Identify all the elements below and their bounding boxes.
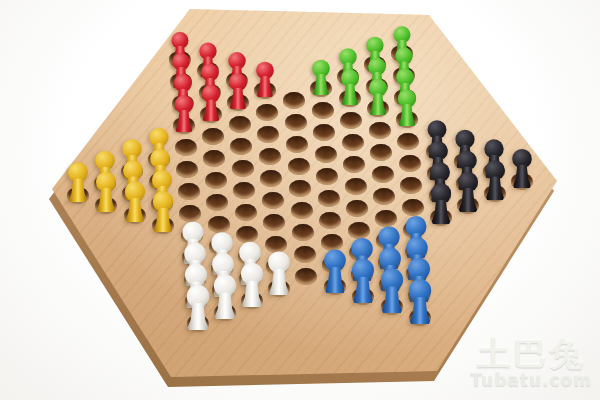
peg-body [269, 269, 289, 295]
board-hole[interactable] [230, 138, 252, 155]
peg-yellow[interactable] [67, 162, 89, 202]
watermark: 土巴兔 Tubatu.com [470, 337, 592, 390]
board-hole[interactable] [256, 104, 278, 121]
peg-body [69, 178, 87, 202]
board-hole[interactable] [235, 204, 257, 221]
board-hole[interactable] [316, 168, 338, 185]
board-hole[interactable] [372, 166, 394, 183]
peg-body [242, 280, 262, 306]
board-hole[interactable] [399, 155, 421, 172]
peg-body [398, 104, 414, 126]
board-hole[interactable] [295, 268, 317, 285]
peg-body [432, 199, 450, 223]
peg-body [203, 99, 219, 121]
board-hole[interactable] [286, 136, 308, 153]
peg-yellow[interactable] [152, 191, 175, 232]
watermark-latin-text: Tubatu.com [470, 370, 592, 390]
board-hole[interactable] [202, 128, 224, 145]
board-hole[interactable] [265, 236, 287, 253]
board-hole[interactable] [178, 183, 200, 200]
board-hole[interactable] [203, 150, 225, 167]
peg-body [230, 87, 246, 108]
board-hole[interactable] [262, 192, 284, 209]
board-hole[interactable] [205, 172, 227, 189]
board-hole[interactable] [400, 177, 422, 194]
peg-red[interactable] [174, 96, 194, 133]
board-hole[interactable] [348, 222, 370, 239]
board-hole[interactable] [291, 202, 313, 219]
peg-white[interactable] [185, 285, 210, 330]
board-hole[interactable] [206, 194, 228, 211]
peg-body [514, 165, 532, 188]
peg-body [382, 287, 402, 314]
board-hole[interactable] [175, 139, 197, 156]
peg-blue[interactable] [408, 279, 433, 324]
peg-green[interactable] [397, 89, 417, 125]
board-hole[interactable] [402, 199, 424, 216]
watermark-cjk-text: 土巴兔 [470, 337, 592, 370]
board-hole[interactable] [342, 134, 364, 151]
peg-body [410, 297, 430, 324]
peg-body [459, 188, 477, 212]
board-hole[interactable] [236, 226, 258, 243]
board-hole[interactable] [259, 148, 281, 165]
board-hole[interactable] [343, 156, 365, 173]
peg-body [154, 208, 172, 233]
peg-black[interactable] [430, 183, 452, 224]
peg-red[interactable] [201, 84, 221, 120]
board-hole[interactable] [179, 205, 201, 222]
peg-body [325, 267, 345, 293]
peg-yellow[interactable] [124, 182, 146, 223]
board-hole[interactable] [346, 200, 368, 217]
board-hole[interactable] [369, 122, 391, 139]
peg-red[interactable] [256, 62, 275, 97]
board-hole[interactable] [294, 246, 316, 263]
peg-green[interactable] [311, 60, 330, 95]
board-hole[interactable] [373, 188, 395, 205]
peg-body [370, 94, 386, 116]
board-hole[interactable] [257, 126, 279, 143]
board-hole[interactable] [176, 161, 198, 178]
peg-green[interactable] [340, 70, 360, 106]
board-hole[interactable] [318, 190, 340, 207]
peg-white[interactable] [213, 274, 238, 319]
peg-body [188, 303, 208, 330]
peg-white[interactable] [240, 263, 264, 307]
peg-black[interactable] [484, 160, 506, 200]
peg-red[interactable] [229, 73, 249, 109]
board-hole[interactable] [313, 124, 335, 141]
board-hole[interactable] [345, 178, 367, 195]
game-board [0, 0, 600, 400]
peg-body [342, 84, 358, 105]
board-hole[interactable] [319, 212, 341, 229]
peg-blue[interactable] [323, 250, 347, 294]
peg-black[interactable] [457, 172, 479, 212]
peg-green[interactable] [368, 79, 388, 115]
board-hole[interactable] [285, 114, 307, 131]
peg-body [353, 277, 373, 303]
board-hole[interactable] [232, 160, 254, 177]
board-hole[interactable] [208, 216, 230, 233]
peg-body [486, 176, 504, 200]
peg-body [215, 292, 235, 319]
peg-blue[interactable] [379, 269, 403, 313]
board-hole[interactable] [233, 182, 255, 199]
board-hole[interactable] [289, 180, 311, 197]
board-hole[interactable] [288, 158, 310, 175]
peg-black[interactable] [512, 149, 534, 188]
peg-body [97, 188, 115, 212]
board-hole[interactable] [292, 224, 314, 241]
peg-body [126, 198, 144, 222]
board-hole[interactable] [263, 214, 285, 231]
board-hole[interactable] [260, 170, 282, 187]
board-hole[interactable] [340, 112, 362, 129]
board-hole[interactable] [370, 144, 392, 161]
board-hole[interactable] [375, 210, 397, 227]
board-hole[interactable] [283, 92, 305, 109]
peg-white[interactable] [267, 251, 291, 295]
board-hole[interactable] [315, 146, 337, 163]
peg-body [257, 76, 273, 97]
board-hole[interactable] [229, 116, 251, 133]
peg-body [176, 110, 193, 132]
board-hole[interactable] [397, 133, 419, 150]
board-hole[interactable] [312, 102, 334, 119]
peg-yellow[interactable] [95, 172, 117, 212]
peg-body [313, 74, 329, 95]
scene: 土巴兔 Tubatu.com [0, 0, 600, 400]
peg-blue[interactable] [351, 259, 375, 303]
